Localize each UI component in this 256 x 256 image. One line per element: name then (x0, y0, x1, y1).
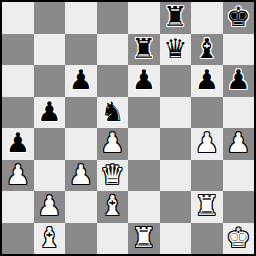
white-king[interactable]: ♚ (226, 224, 250, 251)
white-rook[interactable]: ♜ (132, 224, 156, 251)
square-g8[interactable] (191, 2, 223, 34)
black-pawn[interactable]: ♟ (37, 98, 61, 125)
square-d7[interactable] (97, 34, 129, 66)
square-h1[interactable]: ♚ (223, 223, 255, 255)
square-b8[interactable] (34, 2, 66, 34)
square-h6[interactable]: ♟ (223, 65, 255, 97)
square-g7[interactable]: ♝ (191, 34, 223, 66)
black-pawn[interactable]: ♟ (132, 66, 156, 93)
black-pawn[interactable]: ♟ (226, 66, 250, 93)
square-h2[interactable] (223, 191, 255, 223)
square-a8[interactable] (2, 2, 34, 34)
black-bishop[interactable]: ♝ (195, 35, 219, 62)
square-f6[interactable] (160, 65, 192, 97)
square-e8[interactable] (128, 2, 160, 34)
square-g1[interactable] (191, 223, 223, 255)
square-c8[interactable] (65, 2, 97, 34)
square-a4[interactable]: ♟ (2, 128, 34, 160)
square-d8[interactable] (97, 2, 129, 34)
chess-board: ♜♚♜♛♝♟♟♟♟♟♞♟♟♟♟♟♟♛♟♝♜♝♜♚ (0, 0, 256, 256)
square-f5[interactable] (160, 97, 192, 129)
square-e6[interactable]: ♟ (128, 65, 160, 97)
square-g3[interactable] (191, 160, 223, 192)
black-pawn[interactable]: ♟ (69, 66, 93, 93)
square-g6[interactable]: ♟ (191, 65, 223, 97)
square-e1[interactable]: ♜ (128, 223, 160, 255)
square-c2[interactable] (65, 191, 97, 223)
square-d1[interactable] (97, 223, 129, 255)
square-d6[interactable] (97, 65, 129, 97)
square-b5[interactable]: ♟ (34, 97, 66, 129)
square-f2[interactable] (160, 191, 192, 223)
black-king[interactable]: ♚ (226, 3, 250, 30)
square-a5[interactable] (2, 97, 34, 129)
white-rook[interactable]: ♜ (195, 192, 219, 219)
square-a7[interactable] (2, 34, 34, 66)
square-b3[interactable] (34, 160, 66, 192)
square-f4[interactable] (160, 128, 192, 160)
square-h7[interactable] (223, 34, 255, 66)
square-h8[interactable]: ♚ (223, 2, 255, 34)
black-rook[interactable]: ♜ (163, 3, 187, 30)
square-g4[interactable]: ♟ (191, 128, 223, 160)
square-c5[interactable] (65, 97, 97, 129)
square-a6[interactable] (2, 65, 34, 97)
black-queen[interactable]: ♛ (163, 35, 187, 62)
square-d5[interactable]: ♞ (97, 97, 129, 129)
square-e7[interactable]: ♜ (128, 34, 160, 66)
square-c6[interactable]: ♟ (65, 65, 97, 97)
square-d3[interactable]: ♛ (97, 160, 129, 192)
square-a3[interactable]: ♟ (2, 160, 34, 192)
square-g2[interactable]: ♜ (191, 191, 223, 223)
square-f8[interactable]: ♜ (160, 2, 192, 34)
square-c1[interactable] (65, 223, 97, 255)
square-a2[interactable] (2, 191, 34, 223)
square-e2[interactable] (128, 191, 160, 223)
white-pawn[interactable]: ♟ (69, 161, 93, 188)
square-h3[interactable] (223, 160, 255, 192)
square-c7[interactable] (65, 34, 97, 66)
square-c3[interactable]: ♟ (65, 160, 97, 192)
black-knight[interactable]: ♞ (100, 98, 124, 125)
white-pawn[interactable]: ♟ (100, 129, 124, 156)
black-pawn[interactable]: ♟ (195, 66, 219, 93)
white-pawn[interactable]: ♟ (195, 129, 219, 156)
square-b7[interactable] (34, 34, 66, 66)
square-d4[interactable]: ♟ (97, 128, 129, 160)
square-f3[interactable] (160, 160, 192, 192)
white-pawn[interactable]: ♟ (226, 129, 250, 156)
square-e4[interactable] (128, 128, 160, 160)
square-f7[interactable]: ♛ (160, 34, 192, 66)
square-g5[interactable] (191, 97, 223, 129)
square-h5[interactable] (223, 97, 255, 129)
square-b6[interactable] (34, 65, 66, 97)
square-c4[interactable] (65, 128, 97, 160)
white-bishop[interactable]: ♝ (37, 224, 61, 251)
black-rook[interactable]: ♜ (132, 35, 156, 62)
white-pawn[interactable]: ♟ (6, 161, 30, 188)
square-f1[interactable] (160, 223, 192, 255)
white-bishop[interactable]: ♝ (100, 192, 124, 219)
white-queen[interactable]: ♛ (100, 161, 124, 188)
square-e3[interactable] (128, 160, 160, 192)
square-a1[interactable] (2, 223, 34, 255)
square-h4[interactable]: ♟ (223, 128, 255, 160)
square-b1[interactable]: ♝ (34, 223, 66, 255)
square-e5[interactable] (128, 97, 160, 129)
square-b2[interactable]: ♟ (34, 191, 66, 223)
white-pawn[interactable]: ♟ (37, 192, 61, 219)
black-pawn[interactable]: ♟ (6, 129, 30, 156)
square-b4[interactable] (34, 128, 66, 160)
square-d2[interactable]: ♝ (97, 191, 129, 223)
